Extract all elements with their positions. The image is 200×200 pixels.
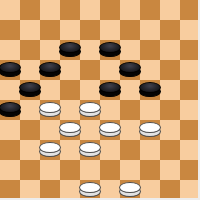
light-square-r0c8 <box>160 0 180 20</box>
white-man[interactable] <box>39 102 61 117</box>
square-37[interactable] <box>40 140 60 160</box>
light-square-r5c9 <box>180 100 200 120</box>
light-square-r9c9 <box>180 180 200 200</box>
light-square-r4c0 <box>0 80 20 100</box>
light-square-r1c1 <box>20 20 40 40</box>
white-man[interactable] <box>79 142 101 157</box>
square-10[interactable] <box>160 20 180 40</box>
square-22[interactable] <box>60 80 80 100</box>
square-45[interactable] <box>180 160 200 180</box>
square-47[interactable] <box>40 180 60 200</box>
light-square-r6c4 <box>80 120 100 140</box>
square-43[interactable] <box>100 160 120 180</box>
square-4[interactable] <box>140 0 160 20</box>
piece-face <box>119 62 141 73</box>
square-32[interactable] <box>60 120 80 140</box>
square-42[interactable] <box>60 160 80 180</box>
square-18[interactable] <box>80 60 100 80</box>
square-28[interactable] <box>80 100 100 120</box>
board-right-edge-line <box>198 0 200 200</box>
light-square-r0c6 <box>120 0 140 20</box>
square-30[interactable] <box>160 100 180 120</box>
light-square-r0c2 <box>40 0 60 20</box>
light-square-r7c1 <box>20 140 40 160</box>
piece-face <box>39 142 61 153</box>
black-man[interactable] <box>139 82 161 97</box>
light-square-r2c4 <box>80 40 100 60</box>
light-square-r7c9 <box>180 140 200 160</box>
piece-face <box>79 142 101 153</box>
square-33[interactable] <box>100 120 120 140</box>
board-bottom-edge-line <box>0 198 200 200</box>
white-man[interactable] <box>39 142 61 157</box>
piece-face <box>99 82 121 93</box>
white-man[interactable] <box>59 122 81 137</box>
light-square-r4c8 <box>160 80 180 100</box>
black-man[interactable] <box>0 62 21 77</box>
square-13[interactable] <box>100 40 120 60</box>
piece-face <box>139 82 161 93</box>
square-44[interactable] <box>140 160 160 180</box>
square-41[interactable] <box>20 160 40 180</box>
light-square-r5c3 <box>60 100 80 120</box>
square-17[interactable] <box>40 60 60 80</box>
square-20[interactable] <box>160 60 180 80</box>
light-square-r9c7 <box>140 180 160 200</box>
light-square-r3c9 <box>180 60 200 80</box>
light-square-r8c6 <box>120 160 140 180</box>
white-man[interactable] <box>79 102 101 117</box>
light-square-r2c6 <box>120 40 140 60</box>
square-25[interactable] <box>180 80 200 100</box>
black-man[interactable] <box>0 102 21 117</box>
light-square-r4c4 <box>80 80 100 100</box>
light-square-r0c0 <box>0 0 20 20</box>
piece-face <box>99 42 121 53</box>
piece-face <box>99 122 121 133</box>
piece-face <box>79 102 101 113</box>
black-man[interactable] <box>39 62 61 77</box>
square-3[interactable] <box>100 0 120 20</box>
piece-face <box>139 122 161 133</box>
square-29[interactable] <box>120 100 140 120</box>
black-man[interactable] <box>99 82 121 97</box>
white-man[interactable] <box>79 182 101 197</box>
square-8[interactable] <box>80 20 100 40</box>
light-square-r7c3 <box>60 140 80 160</box>
black-man[interactable] <box>119 62 141 77</box>
light-square-r5c5 <box>100 100 120 120</box>
draughts-board-screenshot <box>0 0 200 200</box>
square-38[interactable] <box>80 140 100 160</box>
light-square-r6c0 <box>0 120 20 140</box>
piece-face <box>79 182 101 193</box>
light-square-r4c6 <box>120 80 140 100</box>
piece-face <box>39 102 61 113</box>
square-14[interactable] <box>140 40 160 60</box>
light-square-r3c1 <box>20 60 40 80</box>
square-50[interactable] <box>160 180 180 200</box>
white-man[interactable] <box>119 182 141 197</box>
white-man[interactable] <box>139 122 161 137</box>
square-49[interactable] <box>120 180 140 200</box>
light-square-r5c7 <box>140 100 160 120</box>
light-square-r0c4 <box>80 0 100 20</box>
square-26[interactable] <box>0 100 20 120</box>
light-square-r3c5 <box>100 60 120 80</box>
light-square-r1c3 <box>60 20 80 40</box>
draughts-board <box>0 0 200 200</box>
light-square-r6c2 <box>40 120 60 140</box>
square-46[interactable] <box>0 180 20 200</box>
piece-face <box>0 102 21 113</box>
piece-face <box>59 42 81 53</box>
square-6[interactable] <box>0 20 20 40</box>
black-man[interactable] <box>59 42 81 57</box>
square-34[interactable] <box>140 120 160 140</box>
square-19[interactable] <box>120 60 140 80</box>
square-35[interactable] <box>180 120 200 140</box>
square-16[interactable] <box>0 60 20 80</box>
light-square-r6c6 <box>120 120 140 140</box>
square-27[interactable] <box>40 100 60 120</box>
light-square-r3c7 <box>140 60 160 80</box>
light-square-r8c2 <box>40 160 60 180</box>
light-square-r2c8 <box>160 40 180 60</box>
light-square-r8c8 <box>160 160 180 180</box>
square-31[interactable] <box>20 120 40 140</box>
light-square-r1c5 <box>100 20 120 40</box>
piece-face <box>19 82 41 93</box>
light-square-r8c4 <box>80 160 100 180</box>
black-man[interactable] <box>99 42 121 57</box>
square-2[interactable] <box>60 0 80 20</box>
light-square-r3c3 <box>60 60 80 80</box>
light-square-r5c1 <box>20 100 40 120</box>
piece-face <box>0 62 21 73</box>
light-square-r8c0 <box>0 160 20 180</box>
square-40[interactable] <box>160 140 180 160</box>
square-7[interactable] <box>40 20 60 40</box>
square-9[interactable] <box>120 20 140 40</box>
light-square-r9c3 <box>60 180 80 200</box>
square-12[interactable] <box>60 40 80 60</box>
light-square-r7c7 <box>140 140 160 160</box>
white-man[interactable] <box>99 122 121 137</box>
piece-face <box>119 182 141 193</box>
square-5[interactable] <box>180 0 200 20</box>
light-square-r1c7 <box>140 20 160 40</box>
light-square-r4c2 <box>40 80 60 100</box>
square-23[interactable] <box>100 80 120 100</box>
square-24[interactable] <box>140 80 160 100</box>
light-square-r7c5 <box>100 140 120 160</box>
light-square-r6c8 <box>160 120 180 140</box>
light-square-r9c1 <box>20 180 40 200</box>
square-39[interactable] <box>120 140 140 160</box>
square-11[interactable] <box>20 40 40 60</box>
light-square-r2c2 <box>40 40 60 60</box>
light-square-r9c5 <box>100 180 120 200</box>
square-15[interactable] <box>180 40 200 60</box>
square-48[interactable] <box>80 180 100 200</box>
piece-face <box>59 122 81 133</box>
light-square-r1c9 <box>180 20 200 40</box>
piece-face <box>39 62 61 73</box>
square-1[interactable] <box>20 0 40 20</box>
black-man[interactable] <box>19 82 41 97</box>
square-21[interactable] <box>20 80 40 100</box>
square-36[interactable] <box>0 140 20 160</box>
light-square-r2c0 <box>0 40 20 60</box>
